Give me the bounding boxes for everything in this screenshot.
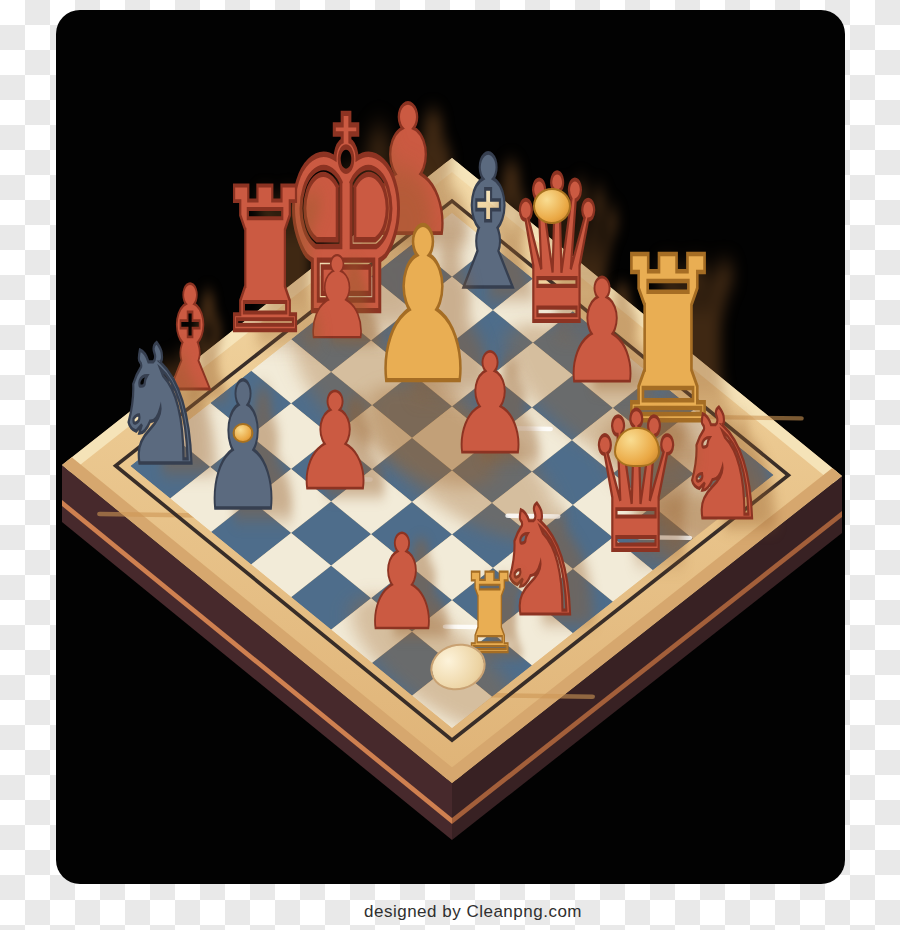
red-queen-glyph: ♛ — [587, 387, 686, 580]
transparency-checker-background: { "game": "chess", "style": "isometric c… — [0, 0, 900, 930]
grey-pawn-glyph: ♟ — [200, 360, 285, 536]
red-rook-glyph: ♜ — [216, 162, 315, 360]
red-pawn-glyph: ♟ — [292, 376, 377, 509]
gold-cup — [614, 427, 660, 467]
red-knight-glyph: ♞ — [675, 390, 769, 542]
red-pawn-glyph: ♟ — [447, 336, 532, 474]
gold-ball — [533, 188, 571, 224]
grey-knight-glyph: ♞ — [111, 323, 210, 488]
pieces-layer: ♜♚♟♟♝♛♟♟♟♟♞♞♛♞♝♟♟♜♜ — [0, 0, 900, 930]
gold-ball — [233, 423, 254, 443]
red-pawn-glyph: ♟ — [362, 518, 443, 649]
